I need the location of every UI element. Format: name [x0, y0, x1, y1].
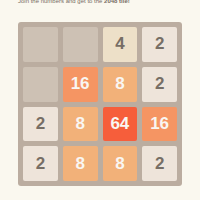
subtitle: Join the numbers and get to the 2048 til…	[18, 0, 130, 5]
subtitle-goal-highlight: 2048 tile!	[104, 0, 130, 4]
tile-2: 2	[142, 67, 177, 102]
game-board[interactable]: 4216822864162882	[18, 22, 182, 186]
tile-2: 2	[142, 146, 177, 181]
tile-8: 8	[63, 146, 98, 181]
tile-8: 8	[63, 107, 98, 142]
tile-8: 8	[103, 67, 138, 102]
tile-16: 16	[142, 107, 177, 142]
tile-4: 4	[103, 27, 138, 62]
empty-cell	[23, 27, 58, 62]
tile-64: 64	[103, 107, 138, 142]
empty-cell	[23, 67, 58, 102]
tile-2: 2	[23, 107, 58, 142]
tile-16: 16	[63, 67, 98, 102]
empty-cell	[63, 27, 98, 62]
tile-2: 2	[142, 27, 177, 62]
page-background: { "game": "2048", "position": { "rows": …	[0, 0, 200, 200]
subtitle-text: Join the numbers and get to the	[18, 0, 104, 4]
tile-8: 8	[103, 146, 138, 181]
tile-2: 2	[23, 146, 58, 181]
